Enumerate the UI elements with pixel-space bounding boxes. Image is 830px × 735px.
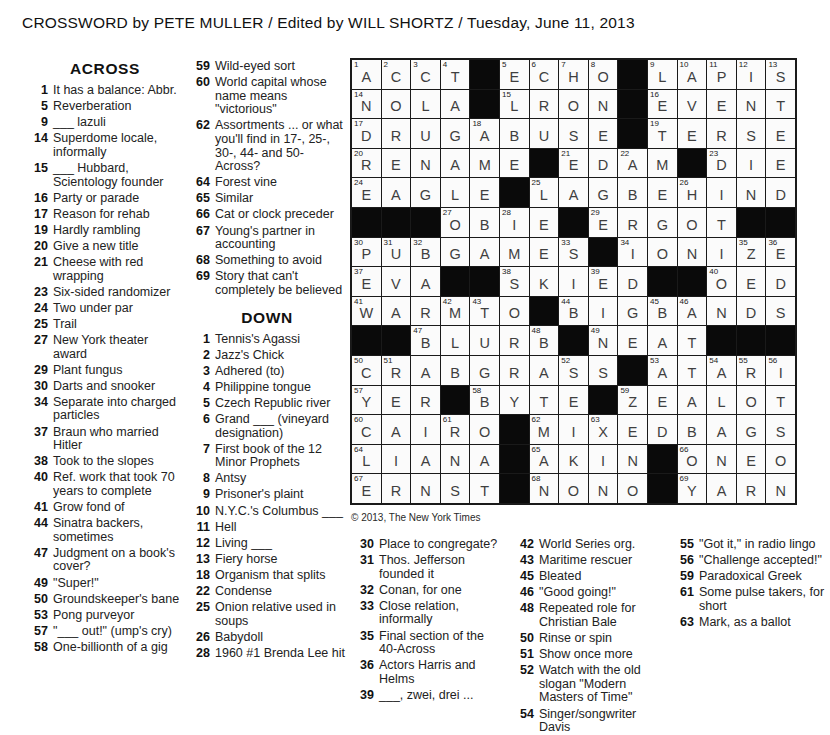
- grid-cell-r13c2[interactable]: A: [382, 415, 411, 444]
- down-clue-list-continued-3: 55"Got it," in radio lingo56"Challenge a…: [672, 538, 826, 630]
- puzzle-title: CROSSWORD by PETE MULLER / Edited by WIL…: [22, 14, 635, 32]
- grid-cell-r9c15[interactable]: S: [766, 297, 795, 326]
- clue-across-37: 37Braun who married Hitler: [26, 426, 184, 453]
- grid-cell-r5c15[interactable]: D: [766, 178, 795, 207]
- cell-number: 45: [650, 298, 659, 306]
- grid-cell-r14c7[interactable]: 65A: [530, 445, 559, 474]
- grid-cell-r8c3[interactable]: A: [411, 267, 440, 296]
- cell-number: 68: [532, 475, 541, 483]
- grid-cell-r4c11[interactable]: M: [648, 149, 677, 178]
- grid-cell-r4c6[interactable]: E: [500, 149, 529, 178]
- grid-cell-r9c11[interactable]: 45B: [648, 297, 677, 326]
- cell-number: 56: [768, 357, 777, 365]
- grid-cell-r8c10[interactable]: D: [618, 267, 647, 296]
- grid-cell-r15c1[interactable]: 67E: [352, 474, 381, 503]
- grid-cell-r13c4[interactable]: 61R: [441, 415, 470, 444]
- grid-cell-r12c2[interactable]: E: [382, 386, 411, 415]
- grid-cell-r9c4[interactable]: 42M: [441, 297, 470, 326]
- cell-letter: G: [657, 217, 668, 237]
- grid-cell-r2c3[interactable]: L: [411, 90, 440, 119]
- grid-cell-r11c4[interactable]: B: [441, 356, 470, 385]
- grid-cell-r13c10[interactable]: E: [618, 415, 647, 444]
- grid-cell-r15c15[interactable]: N: [766, 474, 795, 503]
- clue-down-35: 35Final section of the 40-Across: [352, 630, 504, 657]
- clue-down-10: 10N.Y.C.'s Columbus ___: [188, 505, 346, 519]
- grid-cell-r2c6[interactable]: 15L: [500, 90, 529, 119]
- grid-cell-r1c14[interactable]: 12I: [737, 60, 766, 89]
- cell-letter: R: [361, 157, 371, 177]
- grid-cell-r7c2[interactable]: 31U: [382, 238, 411, 267]
- grid-cell-r7c14[interactable]: 35Z: [737, 238, 766, 267]
- clue-number: 36: [352, 659, 379, 686]
- grid-cell-r11c14[interactable]: 55R: [737, 356, 766, 385]
- grid-cell-r12c7[interactable]: T: [530, 386, 559, 415]
- clue-text: Place to congregate?: [379, 538, 504, 552]
- clue-text: Maritime rescuer: [539, 554, 664, 568]
- grid-cell-r13c15[interactable]: S: [766, 415, 795, 444]
- grid-cell-r3c12[interactable]: E: [678, 119, 707, 148]
- grid-cell-r13c13[interactable]: A: [707, 415, 736, 444]
- clue-across-24: 24Two under par: [26, 302, 184, 316]
- clue-text: Watch with the old slogan "Modern Master…: [539, 664, 664, 705]
- black-cell-r8c11: [648, 267, 677, 296]
- grid-cell-r4c8[interactable]: 21E: [559, 149, 588, 178]
- grid-cell-r1c1[interactable]: 1A: [352, 60, 381, 89]
- grid-cell-r4c2[interactable]: E: [382, 149, 411, 178]
- grid-cell-r12c14[interactable]: O: [737, 386, 766, 415]
- grid-cell-r14c8[interactable]: K: [559, 445, 588, 474]
- grid-cell-r10c12[interactable]: T: [678, 326, 707, 355]
- grid-cell-r7c1[interactable]: 30P: [352, 238, 381, 267]
- clue-down-6: 6Grand ___ (vineyard designation): [188, 413, 346, 440]
- grid-cell-r8c13[interactable]: 40O: [707, 267, 736, 296]
- cell-letter: S: [509, 276, 519, 296]
- grid-cell-r4c4[interactable]: A: [441, 149, 470, 178]
- grid-cell-r13c8[interactable]: I: [559, 415, 588, 444]
- grid-cell-r8c1[interactable]: 37E: [352, 267, 381, 296]
- clue-text: Groundskeeper's bane: [53, 593, 184, 607]
- grid-cell-r5c13[interactable]: I: [707, 178, 736, 207]
- grid-cell-r3c9[interactable]: E: [589, 119, 618, 148]
- grid-cell-r1c11[interactable]: 9L: [648, 60, 677, 89]
- grid-cell-r11c7[interactable]: A: [530, 356, 559, 385]
- grid-cell-r5c12[interactable]: 26H: [678, 178, 707, 207]
- grid-cell-r9c5[interactable]: 43T: [470, 297, 499, 326]
- black-cell-r6c8: [559, 208, 588, 237]
- grid-cell-r10c7[interactable]: 48B: [530, 326, 559, 355]
- grid-cell-r8c15[interactable]: D: [766, 267, 795, 296]
- grid-cell-r1c2[interactable]: 2C: [382, 60, 411, 89]
- cell-letter: B: [450, 365, 460, 385]
- black-cell-r10c15: [766, 326, 795, 355]
- grid-cell-r12c15[interactable]: T: [766, 386, 795, 415]
- cell-letter: N: [746, 187, 756, 207]
- grid-cell-r3c13[interactable]: R: [707, 119, 736, 148]
- clue-across-20: 20Give a new title: [26, 240, 184, 254]
- clue-text: Singer/songwriter Davis: [539, 708, 664, 735]
- cell-letter: E: [539, 246, 549, 266]
- grid-cell-r4c5[interactable]: M: [470, 149, 499, 178]
- grid-cell-r12c12[interactable]: A: [678, 386, 707, 415]
- grid-cell-r15c5[interactable]: T: [470, 474, 499, 503]
- grid-cell-r3c5[interactable]: 18A: [470, 119, 499, 148]
- cell-letter: A: [687, 305, 697, 325]
- grid-cell-r14c9[interactable]: I: [589, 445, 618, 474]
- grid-cell-r14c12[interactable]: 66O: [678, 445, 707, 474]
- grid-cell-r5c4[interactable]: L: [441, 178, 470, 207]
- grid-cell-r3c15[interactable]: E: [766, 119, 795, 148]
- cell-letter: G: [449, 246, 460, 266]
- grid-cell-r14c5[interactable]: A: [470, 445, 499, 474]
- grid-cell-r14c2[interactable]: I: [382, 445, 411, 474]
- clue-text: Grand ___ (vineyard designation): [215, 413, 346, 440]
- grid-cell-r11c13[interactable]: 54A: [707, 356, 736, 385]
- clue-text: Grow fond of: [53, 501, 184, 515]
- grid-cell-r12c10[interactable]: 59Z: [618, 386, 647, 415]
- grid-cell-r2c13[interactable]: E: [707, 90, 736, 119]
- grid-cell-r15c14[interactable]: R: [737, 474, 766, 503]
- grid-cell-r8c8[interactable]: I: [559, 267, 588, 296]
- grid-cell-r6c13[interactable]: T: [707, 208, 736, 237]
- grid-cell-r2c15[interactable]: T: [766, 90, 795, 119]
- grid-cell-r14c3[interactable]: A: [411, 445, 440, 474]
- clue-text: Thos. Jefferson founded it: [379, 554, 504, 581]
- down-clue-list: 1Tennis's Agassi2Jazz's Chick3Adhered (t…: [188, 333, 346, 661]
- cell-letter: Y: [687, 483, 697, 503]
- grid-cell-r9c6[interactable]: O: [500, 297, 529, 326]
- grid-cell-r10c4[interactable]: L: [441, 326, 470, 355]
- grid-cell-r6c6[interactable]: 28I: [500, 208, 529, 237]
- grid-cell-r9c12[interactable]: 46A: [678, 297, 707, 326]
- grid-cell-r13c14[interactable]: G: [737, 415, 766, 444]
- cell-letter: R: [746, 483, 756, 503]
- clue-text: Separate into charged particles: [53, 396, 184, 423]
- grid-cell-r4c1[interactable]: 20R: [352, 149, 381, 178]
- black-cell-r8c12: [678, 267, 707, 296]
- cell-letter: A: [717, 483, 727, 503]
- black-cell-r13c6: [500, 415, 529, 444]
- grid-cell-r9c13[interactable]: N: [707, 297, 736, 326]
- cell-number: 69: [680, 475, 689, 483]
- grid-cell-r9c1[interactable]: 41W: [352, 297, 381, 326]
- grid-cell-r3c14[interactable]: S: [737, 119, 766, 148]
- grid-cell-r14c13[interactable]: N: [707, 445, 736, 474]
- grid-cell-r5c8[interactable]: A: [559, 178, 588, 207]
- grid-cell-r2c7[interactable]: R: [530, 90, 559, 119]
- grid-cell-r1c3[interactable]: 3C: [411, 60, 440, 89]
- clue-number: 5: [26, 100, 53, 114]
- grid-cell-r13c7[interactable]: 62M: [530, 415, 559, 444]
- grid-cell-r11c8[interactable]: 52S: [559, 356, 588, 385]
- cell-number: 18: [472, 120, 481, 128]
- cell-letter: A: [539, 365, 549, 385]
- grid-cell-r11c2[interactable]: 51R: [382, 356, 411, 385]
- grid-cell-r12c5[interactable]: 58B: [470, 386, 499, 415]
- cell-number: 52: [561, 357, 570, 365]
- grid-cell-r2c2[interactable]: O: [382, 90, 411, 119]
- grid-cell-r10c3[interactable]: 47B: [411, 326, 440, 355]
- clue-text: ___ Hubbard, Scientology founder: [53, 162, 184, 189]
- cell-letter: O: [775, 453, 786, 473]
- cell-letter: N: [746, 98, 756, 118]
- cell-letter: Y: [509, 394, 519, 414]
- grid-cell-r12c8[interactable]: E: [559, 386, 588, 415]
- grid-cell-r7c5[interactable]: A: [470, 238, 499, 267]
- cell-number: 23: [709, 150, 718, 158]
- grid-cell-r8c2[interactable]: V: [382, 267, 411, 296]
- clue-across-47: 47Judgment on a book's cover?: [26, 547, 184, 574]
- cell-letter: T: [717, 217, 726, 237]
- grid-cell-r1c7[interactable]: 6C: [530, 60, 559, 89]
- grid-cell-r4c3[interactable]: N: [411, 149, 440, 178]
- clue-down-25: 25Onion relative used in soups: [188, 601, 346, 628]
- grid-cell-r10c5[interactable]: U: [470, 326, 499, 355]
- grid-cell-r7c3[interactable]: 32B: [411, 238, 440, 267]
- grid-cell-r5c7[interactable]: 25L: [530, 178, 559, 207]
- grid-cell-r13c9[interactable]: 63X: [589, 415, 618, 444]
- grid-cell-r12c3[interactable]: R: [411, 386, 440, 415]
- grid-cell-r9c3[interactable]: R: [411, 297, 440, 326]
- grid-cell-r3c1[interactable]: 17D: [352, 119, 381, 148]
- cell-letter: E: [480, 187, 490, 207]
- grid-cell-r11c6[interactable]: R: [500, 356, 529, 385]
- grid-cell-r2c11[interactable]: 16E: [648, 90, 677, 119]
- grid-cell-r11c3[interactable]: A: [411, 356, 440, 385]
- grid-cell-r1c4[interactable]: 4T: [441, 60, 470, 89]
- grid-cell-r13c12[interactable]: B: [678, 415, 707, 444]
- cell-number: 6: [532, 61, 536, 69]
- grid-cell-r7c13[interactable]: I: [707, 238, 736, 267]
- grid-cell-r5c10[interactable]: B: [618, 178, 647, 207]
- cell-number: 67: [354, 475, 363, 483]
- grid-cell-r6c4[interactable]: 27O: [441, 208, 470, 237]
- grid-cell-r4c10[interactable]: 22A: [618, 149, 647, 178]
- grid-cell-r12c11[interactable]: E: [648, 386, 677, 415]
- cell-letter: S: [776, 424, 786, 444]
- cell-letter: N: [539, 483, 549, 503]
- grid-cell-r13c3[interactable]: I: [411, 415, 440, 444]
- clue-number: 42: [512, 538, 539, 552]
- cell-letter: B: [421, 246, 431, 266]
- grid-cell-r2c12[interactable]: V: [678, 90, 707, 119]
- grid-cell-r6c12[interactable]: O: [678, 208, 707, 237]
- grid-cell-r6c10[interactable]: R: [618, 208, 647, 237]
- grid-cell-r15c4[interactable]: S: [441, 474, 470, 503]
- grid-cell-r8c9[interactable]: 39E: [589, 267, 618, 296]
- grid-cell-r10c11[interactable]: A: [648, 326, 677, 355]
- grid-cell-r6c9[interactable]: 29E: [589, 208, 618, 237]
- grid-cell-r14c1[interactable]: 64L: [352, 445, 381, 474]
- clue-text: Philippine tongue: [215, 381, 346, 395]
- grid-cell-r11c5[interactable]: G: [470, 356, 499, 385]
- cell-letter: E: [391, 157, 401, 177]
- cell-letter: U: [539, 128, 549, 148]
- grid-cell-r8c7[interactable]: K: [530, 267, 559, 296]
- grid-cell-r10c10[interactable]: E: [618, 326, 647, 355]
- cell-letter: A: [717, 424, 727, 444]
- black-cell-r2c5: [470, 90, 499, 119]
- grid-cell-r3c7[interactable]: U: [530, 119, 559, 148]
- grid-cell-r15c7[interactable]: 68N: [530, 474, 559, 503]
- cell-letter: V: [687, 98, 697, 118]
- grid-cell-r7c10[interactable]: 34I: [618, 238, 647, 267]
- grid-cell-r15c13[interactable]: A: [707, 474, 736, 503]
- clue-column-middle: 59Wild-eyed sort60World capital whose na…: [188, 60, 346, 663]
- black-cell-r10c13: [707, 326, 736, 355]
- grid-cell-r9c9[interactable]: I: [589, 297, 618, 326]
- grid-cell-r10c9[interactable]: 49N: [589, 326, 618, 355]
- grid-cell-r6c7[interactable]: E: [530, 208, 559, 237]
- cell-letter: I: [779, 365, 783, 385]
- cell-letter: O: [568, 483, 579, 503]
- cell-letter: A: [539, 453, 549, 473]
- cell-number: 20: [354, 150, 363, 158]
- grid-cell-r7c8[interactable]: 33S: [559, 238, 588, 267]
- grid-cell-r3c4[interactable]: G: [441, 119, 470, 148]
- grid-cell-r9c2[interactable]: A: [382, 297, 411, 326]
- grid-cell-r1c15[interactable]: 13S: [766, 60, 795, 89]
- grid-cell-r1c6[interactable]: 5E: [500, 60, 529, 89]
- grid-cell-r15c2[interactable]: R: [382, 474, 411, 503]
- clue-text: Tennis's Agassi: [215, 333, 346, 347]
- grid-cell-r4c13[interactable]: 23D: [707, 149, 736, 178]
- cell-letter: L: [658, 69, 666, 89]
- grid-cell-r15c10[interactable]: O: [618, 474, 647, 503]
- grid-cell-r3c6[interactable]: B: [500, 119, 529, 148]
- grid-cell-r1c12[interactable]: 10A: [678, 60, 707, 89]
- grid-cell-r12c6[interactable]: Y: [500, 386, 529, 415]
- grid-cell-r3c11[interactable]: 19T: [648, 119, 677, 148]
- grid-cell-r7c11[interactable]: O: [648, 238, 677, 267]
- grid-cell-r5c5[interactable]: E: [470, 178, 499, 207]
- grid-cell-r7c4[interactable]: G: [441, 238, 470, 267]
- grid-cell-r4c15[interactable]: E: [766, 149, 795, 178]
- grid-cell-r9c8[interactable]: 44B: [559, 297, 588, 326]
- clue-number: 52: [512, 664, 539, 705]
- cell-letter: O: [597, 69, 608, 89]
- grid-cell-r14c15[interactable]: O: [766, 445, 795, 474]
- cell-number: 24: [354, 179, 363, 187]
- cell-letter: I: [631, 246, 635, 266]
- grid-cell-r11c1[interactable]: 50C: [352, 356, 381, 385]
- grid-cell-r6c11[interactable]: G: [648, 208, 677, 237]
- cell-letter: S: [569, 365, 579, 385]
- clue-number: 18: [188, 569, 215, 583]
- grid-cell-r15c9[interactable]: N: [589, 474, 618, 503]
- grid-cell-r7c15[interactable]: 36E: [766, 238, 795, 267]
- grid-cell-r3c8[interactable]: S: [559, 119, 588, 148]
- clue-text: Young's partner in accounting: [215, 225, 346, 252]
- grid-cell-r12c1[interactable]: 57Y: [352, 386, 381, 415]
- grid-cell-r10c6[interactable]: R: [500, 326, 529, 355]
- grid-cell-r5c9[interactable]: G: [589, 178, 618, 207]
- cell-letter: E: [687, 128, 697, 148]
- grid-cell-r3c3[interactable]: U: [411, 119, 440, 148]
- cell-letter: B: [657, 305, 667, 325]
- grid-cell-r11c9[interactable]: S: [589, 356, 618, 385]
- grid-cell-r5c1[interactable]: 24E: [352, 178, 381, 207]
- grid-cell-r4c9[interactable]: D: [589, 149, 618, 178]
- cell-number: 21: [561, 150, 570, 158]
- grid-cell-r1c13[interactable]: 11P: [707, 60, 736, 89]
- clue-across-1: 1It has a balance: Abbr.: [26, 84, 184, 98]
- grid-cell-r13c5[interactable]: O: [470, 415, 499, 444]
- grid-cell-r1c8[interactable]: 7H: [559, 60, 588, 89]
- clue-text: Hardly rambling: [53, 224, 184, 238]
- black-cell-r6c14: [737, 208, 766, 237]
- grid-cell-r7c12[interactable]: N: [678, 238, 707, 267]
- cell-letter: G: [597, 187, 608, 207]
- grid-cell-r2c1[interactable]: 14N: [352, 90, 381, 119]
- grid-cell-r2c4[interactable]: A: [441, 90, 470, 119]
- cell-letter: T: [480, 483, 489, 503]
- clue-number: 15: [26, 162, 53, 189]
- cell-letter: A: [480, 453, 490, 473]
- grid-cell-r1c9[interactable]: 8O: [589, 60, 618, 89]
- grid-cell-r2c9[interactable]: N: [589, 90, 618, 119]
- grid-cell-r11c11[interactable]: 53A: [648, 356, 677, 385]
- grid-cell-r13c11[interactable]: D: [648, 415, 677, 444]
- clue-number: 50: [512, 632, 539, 646]
- grid-cell-r12c13[interactable]: L: [707, 386, 736, 415]
- cell-number: 50: [354, 357, 363, 365]
- clue-number: 66: [188, 208, 215, 222]
- clue-down-54: 54Singer/songwriter Davis: [512, 708, 664, 735]
- grid-cell-r8c14[interactable]: E: [737, 267, 766, 296]
- cell-number: 25: [532, 179, 541, 187]
- grid-cell-r2c14[interactable]: N: [737, 90, 766, 119]
- grid-cell-r8c6[interactable]: 38S: [500, 267, 529, 296]
- grid-cell-r15c12[interactable]: 69Y: [678, 474, 707, 503]
- cell-letter: R: [391, 128, 401, 148]
- grid-cell-r14c10[interactable]: N: [618, 445, 647, 474]
- grid-cell-r7c7[interactable]: E: [530, 238, 559, 267]
- grid-cell-r6c5[interactable]: B: [470, 208, 499, 237]
- cell-letter: I: [719, 187, 723, 207]
- grid-cell-r11c12[interactable]: T: [678, 356, 707, 385]
- grid-cell-r5c3[interactable]: G: [411, 178, 440, 207]
- grid-cell-r5c2[interactable]: A: [382, 178, 411, 207]
- grid-cell-r11c15[interactable]: 56I: [766, 356, 795, 385]
- grid-cell-r13c1[interactable]: 60C: [352, 415, 381, 444]
- grid-cell-r9c14[interactable]: D: [737, 297, 766, 326]
- clue-across-67: 67Young's partner in accounting: [188, 225, 346, 252]
- grid-cell-r2c8[interactable]: O: [559, 90, 588, 119]
- clue-text: It has a balance: Abbr.: [53, 84, 184, 98]
- cell-letter: A: [480, 128, 490, 148]
- clue-down-31: 31Thos. Jefferson founded it: [352, 554, 504, 581]
- grid-cell-r3c2[interactable]: R: [382, 119, 411, 148]
- grid-cell-r7c6[interactable]: M: [500, 238, 529, 267]
- cell-letter: B: [421, 335, 431, 355]
- cell-letter: Z: [747, 246, 756, 266]
- grid-cell-r14c4[interactable]: N: [441, 445, 470, 474]
- cell-number: 9: [650, 61, 654, 69]
- grid-cell-r5c11[interactable]: E: [648, 178, 677, 207]
- grid-cell-r9c10[interactable]: G: [618, 297, 647, 326]
- cell-letter: H: [568, 69, 578, 89]
- grid-cell-r15c3[interactable]: N: [411, 474, 440, 503]
- clue-text: Party or parade: [53, 192, 184, 206]
- cell-letter: N: [420, 157, 430, 177]
- grid-cell-r15c8[interactable]: O: [559, 474, 588, 503]
- cell-letter: B: [509, 128, 519, 148]
- grid-cell-r5c14[interactable]: N: [737, 178, 766, 207]
- clue-text: Prisoner's plaint: [215, 488, 346, 502]
- grid-cell-r4c14[interactable]: I: [737, 149, 766, 178]
- grid-cell-r14c14[interactable]: E: [737, 445, 766, 474]
- clue-down-59: 59Paradoxical Greek: [672, 570, 826, 584]
